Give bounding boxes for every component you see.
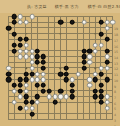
row-label-15: 15	[114, 50, 118, 54]
row-label-6: 6	[114, 102, 116, 106]
star-point	[60, 101, 62, 103]
star-point	[60, 33, 62, 35]
game-info-bar: 执: 古灵益 棋手·黑 古力 棋手·白 白胜2.5目	[0, 0, 120, 13]
row-label-7: 7	[114, 96, 116, 100]
star-point	[60, 67, 62, 69]
row-label-13: 13	[114, 62, 118, 66]
row-label-12: 12	[114, 67, 118, 71]
row-label-17: 17	[114, 39, 118, 43]
game-info-result: 棋手·白 白胜2.5目	[88, 4, 120, 9]
go-board[interactable]: ABCDEFGHJKLMNOPQRST 19181716151413121110…	[0, 13, 120, 126]
star-point	[25, 33, 27, 35]
row-label-2: 2	[114, 125, 116, 126]
row-label-11: 11	[114, 73, 118, 77]
row-label-19: 19	[114, 27, 118, 31]
row-label-16: 16	[114, 45, 118, 49]
star-point	[94, 101, 96, 103]
row-label-8: 8	[114, 90, 116, 94]
star-point	[94, 33, 96, 35]
game-info-left: 执: 古灵益	[27, 4, 47, 9]
star-point	[94, 67, 96, 69]
row-label-3: 3	[114, 119, 116, 123]
row-label-10: 10	[114, 79, 118, 83]
row-label-4: 4	[114, 113, 116, 117]
white-stone	[110, 20, 115, 25]
row-label-18: 18	[114, 33, 118, 37]
row-label-14: 14	[114, 56, 118, 60]
row-label-5: 5	[114, 107, 116, 111]
game-info-players: 棋手·黑 古力	[55, 4, 79, 9]
row-label-9: 9	[114, 85, 116, 89]
go-app-window: 执: 古灵益 棋手·黑 古力 棋手·白 白胜2.5目 ABCDEFGHJKLMN…	[0, 0, 120, 126]
star-point	[25, 67, 27, 69]
